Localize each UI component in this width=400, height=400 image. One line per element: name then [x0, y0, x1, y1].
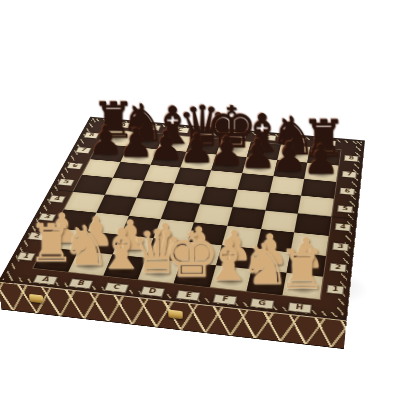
- square-h7[interactable]: ♟: [304, 163, 338, 182]
- rank-label-right-7: 7: [342, 171, 357, 178]
- rank-label-left-8: 8: [83, 132, 99, 138]
- perspective-stage: ♜♞♝♛♚♝♞♜♟♟♟♟♟♟♟♟♟♟♟♟♟♟♟♟♜♞♝♛♚♝♞♜ AABBCCD…: [0, 0, 400, 400]
- rank-label-left-7: 7: [75, 147, 91, 154]
- square-h6[interactable]: [301, 179, 336, 199]
- rank-label-right-8: 8: [344, 155, 359, 162]
- piece-white-rook[interactable]: ♜: [277, 244, 326, 296]
- square-f6[interactable]: [237, 173, 273, 193]
- rank-label-right-6: 6: [339, 187, 355, 195]
- rank-label-left-6: 6: [67, 162, 84, 169]
- chess-box-scene: ♜♞♝♛♚♝♞♜♟♟♟♟♟♟♟♟♟♟♟♟♟♟♟♟♜♞♝♛♚♝♞♜ AABBCCD…: [0, 117, 365, 321]
- rank-label-left-5: 5: [57, 178, 74, 185]
- rank-label-left-4: 4: [48, 195, 66, 203]
- brass-clasp: [168, 310, 183, 320]
- square-f5[interactable]: [232, 190, 269, 211]
- square-h1[interactable]: ♜: [283, 273, 323, 299]
- piece-black-pawn[interactable]: ♟: [303, 140, 339, 178]
- photo-canvas: ♜♞♝♛♚♝♞♜♟♟♟♟♟♟♟♟♟♟♟♟♟♟♟♟♜♞♝♛♚♝♞♜ AABBCCD…: [0, 0, 400, 400]
- square-e6[interactable]: [206, 170, 242, 189]
- square-a5[interactable]: [73, 175, 112, 195]
- chess-board: ♜♞♝♛♚♝♞♜♟♟♟♟♟♟♟♟♟♟♟♟♟♟♟♟♜♞♝♛♚♝♞♜: [33, 129, 340, 299]
- chess-board-frame: ♜♞♝♛♚♝♞♜♟♟♟♟♟♟♟♟♟♟♟♟♟♟♟♟♜♞♝♛♚♝♞♜ AABBCCD…: [0, 117, 365, 321]
- brass-clasp: [29, 294, 44, 304]
